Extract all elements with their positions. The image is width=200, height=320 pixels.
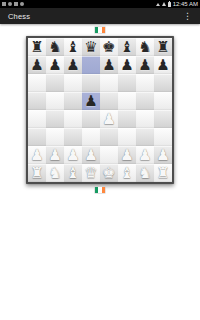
square-d7[interactable] (82, 56, 100, 74)
square-g2[interactable]: ♟ (136, 146, 154, 164)
notification-icon (8, 2, 12, 6)
piece-white-bishop[interactable]: ♝ (120, 164, 133, 182)
square-f4[interactable] (118, 110, 136, 128)
square-d1[interactable]: ♛ (82, 164, 100, 182)
square-c5[interactable] (64, 92, 82, 110)
square-g8[interactable]: ♞ (136, 38, 154, 56)
square-h1[interactable]: ♜ (154, 164, 172, 182)
piece-black-bishop[interactable]: ♝ (120, 38, 133, 56)
piece-white-pawn[interactable]: ♟ (30, 146, 43, 164)
flag-orange-stripe (102, 27, 105, 33)
piece-white-queen[interactable]: ♛ (84, 164, 97, 182)
square-g7[interactable]: ♟ (136, 56, 154, 74)
square-a5[interactable] (28, 92, 46, 110)
piece-white-pawn[interactable]: ♟ (138, 146, 151, 164)
square-d2[interactable]: ♟ (82, 146, 100, 164)
square-b8[interactable]: ♞ (46, 38, 64, 56)
piece-black-pawn[interactable]: ♟ (156, 56, 169, 74)
square-d3[interactable] (82, 128, 100, 146)
piece-black-pawn[interactable]: ♟ (48, 56, 61, 74)
piece-white-knight[interactable]: ♞ (48, 164, 61, 182)
square-e2[interactable] (100, 146, 118, 164)
piece-white-pawn[interactable]: ♟ (102, 110, 115, 128)
square-e3[interactable] (100, 128, 118, 146)
piece-black-pawn[interactable]: ♟ (66, 56, 79, 74)
square-h4[interactable] (154, 110, 172, 128)
square-f5[interactable] (118, 92, 136, 110)
white-player-flag ireland-flag (95, 187, 105, 193)
piece-white-rook[interactable]: ♜ (156, 164, 169, 182)
square-h7[interactable]: ♟ (154, 56, 172, 74)
signal-icon (156, 3, 160, 6)
square-h8[interactable]: ♜ (154, 38, 172, 56)
square-g1[interactable]: ♞ (136, 164, 154, 182)
status-indicators: 12:45 AM (156, 0, 198, 8)
square-c6[interactable] (64, 74, 82, 92)
chess-board[interactable]: ♜♞♝♛♚♝♞♜♟♟♟♟♟♟♟♟♟♟♟♟♟♟♟♟♜♞♝♛♚♝♞♜ (26, 36, 174, 184)
square-g6[interactable] (136, 74, 154, 92)
square-h5[interactable] (154, 92, 172, 110)
piece-black-knight[interactable]: ♞ (48, 38, 61, 56)
notification-icon (20, 2, 24, 6)
piece-black-pawn[interactable]: ♟ (120, 56, 133, 74)
square-d4[interactable] (82, 110, 100, 128)
square-c4[interactable] (64, 110, 82, 128)
square-d6[interactable] (82, 74, 100, 92)
piece-black-pawn[interactable]: ♟ (102, 56, 115, 74)
piece-white-pawn[interactable]: ♟ (156, 146, 169, 164)
square-e8[interactable]: ♚ (100, 38, 118, 56)
wifi-icon (162, 2, 166, 6)
square-b1[interactable]: ♞ (46, 164, 64, 182)
notification-icon (2, 2, 6, 6)
phone-screen: 12:45 AM Chess ⋮ ♜♞♝♛♚♝♞♜♟♟♟♟♟♟♟♟♟♟♟♟♟♟♟… (0, 0, 200, 320)
square-e4[interactable]: ♟ (100, 110, 118, 128)
piece-black-pawn[interactable]: ♟ (30, 56, 43, 74)
piece-black-bishop[interactable]: ♝ (66, 38, 79, 56)
square-e7[interactable]: ♟ (100, 56, 118, 74)
status-bar: 12:45 AM (0, 0, 200, 8)
piece-white-pawn[interactable]: ♟ (84, 146, 97, 164)
piece-black-rook[interactable]: ♜ (30, 38, 43, 56)
square-a2[interactable]: ♟ (28, 146, 46, 164)
square-c3[interactable] (64, 128, 82, 146)
square-b7[interactable]: ♟ (46, 56, 64, 74)
battery-icon (168, 2, 171, 7)
square-c1[interactable]: ♝ (64, 164, 82, 182)
piece-black-pawn[interactable]: ♟ (84, 92, 97, 110)
piece-white-rook[interactable]: ♜ (30, 164, 43, 182)
square-c8[interactable]: ♝ (64, 38, 82, 56)
square-d8[interactable]: ♛ (82, 38, 100, 56)
square-e5[interactable] (100, 92, 118, 110)
square-b4[interactable] (46, 110, 64, 128)
square-g3[interactable] (136, 128, 154, 146)
piece-black-king[interactable]: ♚ (102, 38, 115, 56)
square-a4[interactable] (28, 110, 46, 128)
square-a7[interactable]: ♟ (28, 56, 46, 74)
square-f6[interactable] (118, 74, 136, 92)
notification-icons (2, 2, 24, 6)
square-b2[interactable]: ♟ (46, 146, 64, 164)
app-bar: Chess ⋮ (0, 8, 200, 24)
page-title: Chess (8, 12, 30, 21)
square-e6[interactable] (100, 74, 118, 92)
square-c7[interactable]: ♟ (64, 56, 82, 74)
piece-white-pawn[interactable]: ♟ (66, 146, 79, 164)
square-h3[interactable] (154, 128, 172, 146)
piece-white-knight[interactable]: ♞ (138, 164, 151, 182)
square-a6[interactable] (28, 74, 46, 92)
piece-black-rook[interactable]: ♜ (156, 38, 169, 56)
piece-white-pawn[interactable]: ♟ (48, 146, 61, 164)
square-h6[interactable] (154, 74, 172, 92)
black-player-flag ireland-flag (95, 27, 105, 33)
clock-text: 12:45 AM (173, 0, 198, 8)
piece-white-pawn[interactable]: ♟ (120, 146, 133, 164)
square-f3[interactable] (118, 128, 136, 146)
piece-black-knight[interactable]: ♞ (138, 38, 151, 56)
notification-icon (14, 2, 18, 6)
square-b6[interactable] (46, 74, 64, 92)
square-e1[interactable]: ♚ (100, 164, 118, 182)
square-b5[interactable] (46, 92, 64, 110)
square-g4[interactable] (136, 110, 154, 128)
square-a8[interactable]: ♜ (28, 38, 46, 56)
square-a3[interactable] (28, 128, 46, 146)
square-f8[interactable]: ♝ (118, 38, 136, 56)
square-c2[interactable]: ♟ (64, 146, 82, 164)
piece-white-king[interactable]: ♚ (102, 164, 115, 182)
piece-black-queen[interactable]: ♛ (84, 38, 97, 56)
square-f1[interactable]: ♝ (118, 164, 136, 182)
square-b3[interactable] (46, 128, 64, 146)
overflow-menu-icon[interactable]: ⋮ (181, 12, 194, 21)
square-f7[interactable]: ♟ (118, 56, 136, 74)
square-d5[interactable]: ♟ (82, 92, 100, 110)
square-a1[interactable]: ♜ (28, 164, 46, 182)
square-g5[interactable] (136, 92, 154, 110)
square-h2[interactable]: ♟ (154, 146, 172, 164)
square-f2[interactable]: ♟ (118, 146, 136, 164)
piece-white-bishop[interactable]: ♝ (66, 164, 79, 182)
piece-black-pawn[interactable]: ♟ (138, 56, 151, 74)
flag-orange-stripe (102, 187, 105, 193)
